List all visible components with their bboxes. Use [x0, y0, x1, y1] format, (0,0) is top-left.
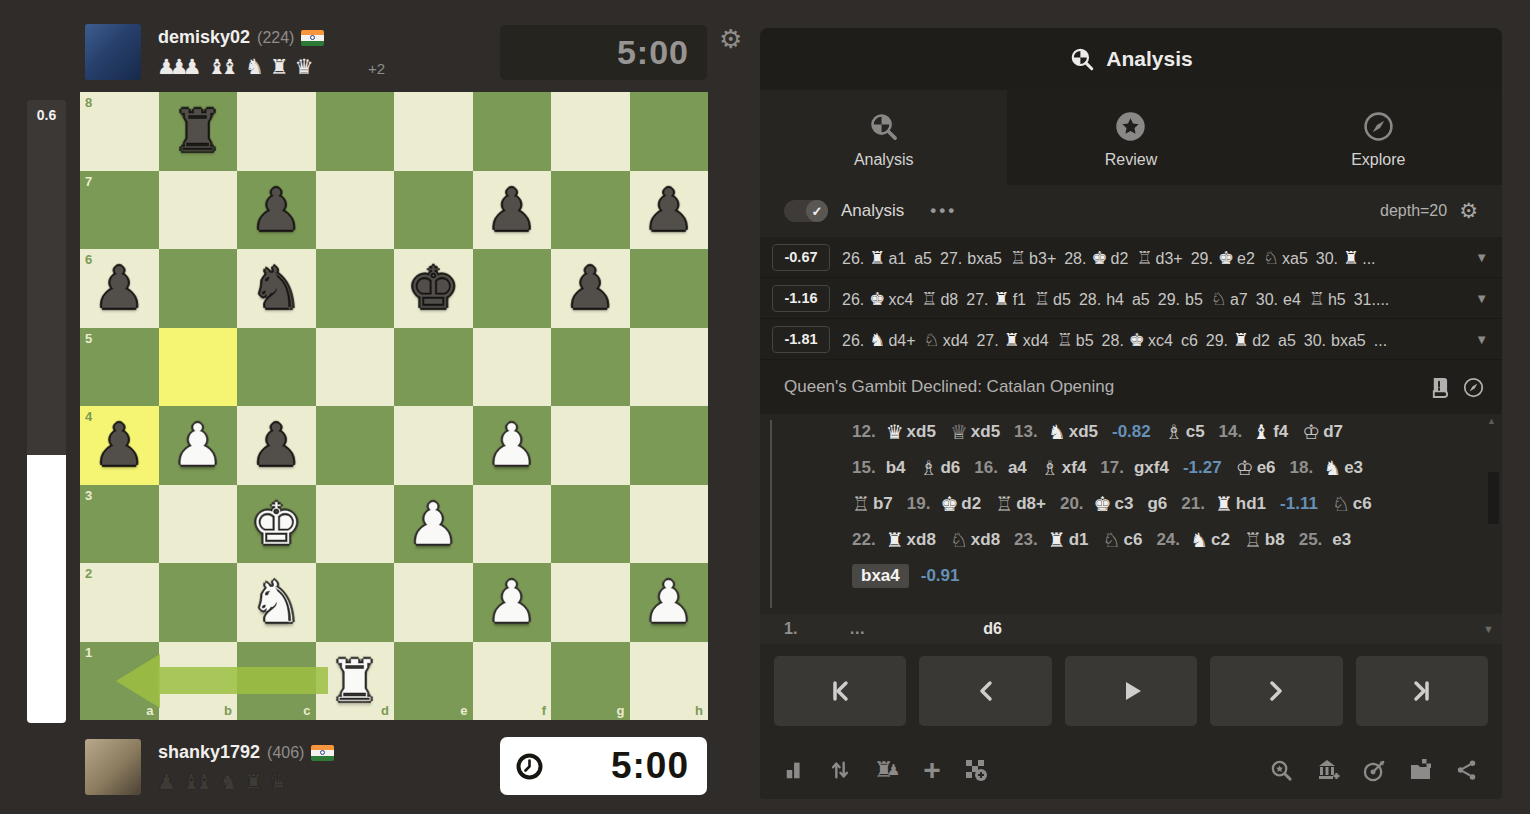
- move[interactable]: e3: [1332, 530, 1351, 550]
- engine-eval-badge: -1.81: [772, 326, 830, 353]
- scroll-down-arrow-icon[interactable]: ▼: [1483, 623, 1494, 635]
- scroll-up-arrow-icon[interactable]: ▲: [1487, 416, 1496, 426]
- piece-black-r-b8[interactable]: ♜: [159, 92, 238, 171]
- practice-target-icon[interactable]: [1363, 759, 1386, 782]
- move-row: ♖b719.♚d2♖d8+20.♚c3g621.♜hd1-1.11♘c6: [852, 486, 1502, 522]
- square-b3[interactable]: [159, 485, 238, 564]
- square-h1[interactable]: h: [630, 642, 709, 721]
- player-name[interactable]: shanky1792: [158, 742, 260, 763]
- move[interactable]: d4+: [888, 332, 915, 349]
- evaluation-chart-icon[interactable]: [784, 759, 806, 781]
- opening-book-icon[interactable]: [1430, 377, 1449, 398]
- move[interactable]: d5: [1053, 291, 1071, 308]
- move[interactable]: gxf4: [1134, 458, 1169, 478]
- library-add-icon[interactable]: [1316, 758, 1340, 782]
- square-g8[interactable]: [551, 92, 630, 171]
- analysis-arrow-head: [116, 654, 160, 708]
- player-info-bottom: shanky1792 (406): [158, 742, 334, 763]
- black-piece-glyph: ♔: [1236, 456, 1254, 480]
- opening-name[interactable]: Queen's Gambit Declined: Catalan Opening: [784, 377, 1114, 397]
- next-move-button[interactable]: [1210, 656, 1342, 726]
- piece-white-p-h2[interactable]: ♟: [630, 563, 709, 642]
- move[interactable]: f4: [1273, 422, 1288, 442]
- black-piece-glyph: ♖: [921, 288, 937, 309]
- engine-line-3[interactable]: -1.81 26.♞d4+♘xd427.♜xd4♖b528.♚xc4c629.♜…: [760, 319, 1502, 360]
- avatar[interactable]: [85, 739, 141, 795]
- piece-white-p-b4[interactable]: ♟: [159, 406, 238, 485]
- move[interactable]: xd4: [943, 332, 969, 349]
- file-label: b: [224, 703, 232, 718]
- move[interactable]: xd8: [971, 530, 1000, 550]
- clock-time: 5:00: [611, 745, 707, 787]
- evaluation-value: 0.6: [27, 107, 66, 123]
- black-piece-glyph: ♖: [1309, 288, 1325, 309]
- move[interactable]: a5: [1132, 291, 1150, 308]
- black-piece-glyph: ♘: [1103, 528, 1121, 552]
- piece-black-k-e6[interactable]: ♚: [394, 249, 473, 328]
- move-number: 29.: [1158, 291, 1180, 308]
- engine-depth: depth=20: [1380, 202, 1447, 220]
- captured-pieces-top: ♟♟♟♝♝♞♜♛: [157, 55, 320, 79]
- move[interactable]: xd5: [971, 422, 1000, 442]
- square-c3[interactable]: ♚: [237, 485, 316, 564]
- captured-p-group: ♟♟♟: [157, 55, 207, 79]
- captured-q-group: ♛: [269, 770, 294, 794]
- white-piece-glyph: ♞: [1323, 456, 1341, 480]
- white-piece-glyph: ♜: [1215, 492, 1233, 516]
- square-g3[interactable]: [551, 485, 630, 564]
- move[interactable]: d2: [1252, 332, 1270, 349]
- white-piece-glyph: ♜: [1233, 329, 1249, 350]
- piece-white-k-c3[interactable]: ♚: [237, 485, 316, 564]
- move[interactable]: b5: [1076, 332, 1094, 349]
- square-f7[interactable]: ♟: [473, 171, 552, 250]
- move[interactable]: d1: [1069, 530, 1089, 550]
- move[interactable]: c6: [1123, 530, 1142, 550]
- square-c6[interactable]: ♞: [237, 249, 316, 328]
- white-piece-glyph: ♚: [1094, 492, 1112, 516]
- move[interactable]: b5: [1185, 291, 1203, 308]
- square-d3[interactable]: [316, 485, 395, 564]
- file-label: g: [617, 703, 625, 718]
- square-d2[interactable]: [316, 563, 395, 642]
- go-to-start-button[interactable]: [774, 656, 906, 726]
- engine-line-moves: 26.♞d4+♘xd427.♜xd4♖b528.♚xc4c629.♜d2a530…: [842, 329, 1467, 350]
- square-a8[interactable]: 8: [80, 92, 159, 171]
- engine-line-2[interactable]: -1.16 26.♚xc4♖d827.♜f1♖d528.h4a529.b5♘a7…: [760, 278, 1502, 319]
- move-number: 26.: [842, 291, 864, 308]
- square-c5[interactable]: [237, 328, 316, 407]
- black-piece-glyph: ♖: [1057, 329, 1073, 350]
- square-e6[interactable]: ♚: [394, 249, 473, 328]
- move[interactable]: h5: [1328, 291, 1346, 308]
- square-a5[interactable]: 5: [80, 328, 159, 407]
- white-piece-glyph: ♛: [886, 420, 904, 444]
- square-h2[interactable]: ♟: [630, 563, 709, 642]
- move-number: 18.: [1290, 458, 1314, 478]
- go-to-end-button[interactable]: [1356, 656, 1488, 726]
- move-number: 13.: [1014, 422, 1038, 442]
- piece-black-p-g6[interactable]: ♟: [551, 249, 630, 328]
- move-number: 27.: [976, 332, 998, 349]
- square-b2[interactable]: [159, 563, 238, 642]
- square-a3[interactable]: 3: [80, 485, 159, 564]
- clock-top: 5:00: [500, 25, 707, 80]
- clock-time: 5:00: [617, 33, 707, 72]
- expand-line-chevron-icon[interactable]: ▼: [1475, 291, 1488, 306]
- black-piece-glyph: ♗: [1041, 456, 1059, 480]
- white-piece-glyph: ♚: [1129, 329, 1145, 350]
- move-number: 29.: [1206, 332, 1228, 349]
- move[interactable]: e4: [1283, 291, 1301, 308]
- chess-analysis-page: 0.6 8♜7♟♟♟6♟♞♚♟54♟♟♟♟3♚♟2♞♟♟1abcd♜efgh d…: [0, 0, 1530, 814]
- move[interactable]: b7: [873, 494, 893, 514]
- square-f5[interactable]: [473, 328, 552, 407]
- square-e8[interactable]: [394, 92, 473, 171]
- evaluation-bar-black: [27, 100, 66, 455]
- square-d4[interactable]: [316, 406, 395, 485]
- square-e4[interactable]: [394, 406, 473, 485]
- move-number: 25.: [1299, 530, 1323, 550]
- square-b7[interactable]: [159, 171, 238, 250]
- move[interactable]: xd5: [907, 422, 936, 442]
- black-piece-glyph: ♖: [1010, 247, 1026, 268]
- piece-white-p-f2[interactable]: ♟: [473, 563, 552, 642]
- star-icon: [1115, 111, 1146, 142]
- black-piece-glyph: ♗: [919, 456, 937, 480]
- square-d7[interactable]: [316, 171, 395, 250]
- move[interactable]: xd8: [907, 530, 936, 550]
- square-b6[interactable]: [159, 249, 238, 328]
- move[interactable]: xd5: [1069, 422, 1098, 442]
- white-piece-glyph: ♚: [1218, 247, 1234, 268]
- black-piece-glyph: ♘: [1211, 288, 1227, 309]
- square-e5[interactable]: [394, 328, 473, 407]
- piece-black-p-h7[interactable]: ♟: [630, 171, 709, 250]
- square-g7[interactable]: [551, 171, 630, 250]
- move-number: 29.: [1191, 250, 1213, 267]
- current-move[interactable]: bxa4: [852, 564, 909, 588]
- move-number: 23.: [1014, 530, 1038, 550]
- black-piece-glyph: ♖: [1034, 288, 1050, 309]
- white-piece-glyph: ♜: [1048, 528, 1066, 552]
- engine-line-moves: 26.♚xc4♖d827.♜f1♖d528.h4a529.b5♘a730.e4♖…: [842, 288, 1467, 309]
- square-e3[interactable]: ♟: [394, 485, 473, 564]
- captured-r-group: ♜: [244, 770, 269, 794]
- square-c8[interactable]: [237, 92, 316, 171]
- tab-label: Explore: [1351, 151, 1405, 169]
- move[interactable]: d2: [1111, 250, 1129, 267]
- engine-line-moves: 26.♜a1a527.bxa5♖b3+28.♚d2♖d3+29.♚e2♘xa53…: [842, 247, 1467, 268]
- square-e7[interactable]: [394, 171, 473, 250]
- move-list: 12.♛xd5♕xd513.♞xd5-0.82♗c514.♝f4♔d7 15.b…: [760, 414, 1502, 614]
- square-g6[interactable]: ♟: [551, 249, 630, 328]
- file-label: h: [695, 703, 703, 718]
- square-e2[interactable]: [394, 563, 473, 642]
- square-h7[interactable]: ♟: [630, 171, 709, 250]
- setup-board-icon[interactable]: [964, 758, 988, 782]
- black-piece-glyph: ♘: [1332, 492, 1350, 516]
- white-move-ellipsis: …: [849, 620, 865, 638]
- mainline-first-move-row[interactable]: 1. … d6 ▼: [760, 614, 1502, 644]
- captured-pieces-bottom: ♟♝♝♞♜♛: [157, 770, 294, 794]
- piece-white-p-e3[interactable]: ♟: [394, 485, 473, 564]
- tab-review[interactable]: Review: [1007, 90, 1254, 185]
- move-number: 20.: [1060, 494, 1084, 514]
- piece-white-n-c2[interactable]: ♞: [237, 563, 316, 642]
- edit-pieces-icon[interactable]: ♜♟: [874, 759, 900, 781]
- move[interactable]: e2: [1237, 250, 1255, 267]
- captured-n-group: ♞: [245, 55, 270, 79]
- move[interactable]: bxa5: [967, 250, 1002, 267]
- clock-icon: [516, 753, 543, 780]
- square-f8[interactable]: [473, 92, 552, 171]
- white-piece-glyph: ♚: [1091, 247, 1107, 268]
- square-d6[interactable]: [316, 249, 395, 328]
- previous-move-button[interactable]: [919, 656, 1051, 726]
- square-d8[interactable]: [316, 92, 395, 171]
- chevron-right-icon: [1261, 676, 1291, 706]
- file-label: e: [460, 703, 467, 718]
- square-f3[interactable]: [473, 485, 552, 564]
- move[interactable]: ...: [1374, 332, 1387, 349]
- square-f2[interactable]: ♟: [473, 563, 552, 642]
- captured-b-group: ♝♝: [182, 770, 220, 794]
- move[interactable]: d7: [1323, 422, 1343, 442]
- analysis-magnifier-icon: [868, 111, 899, 142]
- player-name[interactable]: demisky02: [158, 27, 250, 48]
- move[interactable]: f1: [1013, 291, 1026, 308]
- rank-label: 8: [85, 95, 92, 110]
- explorer-compass-icon[interactable]: [1463, 377, 1484, 398]
- white-piece-glyph: ♜: [993, 288, 1009, 309]
- panel-title: Analysis: [1106, 47, 1192, 71]
- opening-icons: [1430, 377, 1484, 398]
- square-f1[interactable]: f: [473, 642, 552, 721]
- engine-settings-gear-icon[interactable]: ⚙: [1459, 199, 1478, 223]
- captured-b-group: ♝♝: [207, 55, 245, 79]
- move[interactable]: c5: [1186, 422, 1205, 442]
- move[interactable]: bxa5: [1331, 332, 1366, 349]
- engine-eval-badge: -0.67: [772, 244, 830, 271]
- player-info-top: demisky02 (224): [158, 27, 324, 48]
- toggle-label: Analysis: [841, 201, 904, 221]
- black-move[interactable]: d6: [983, 620, 1002, 638]
- square-b8[interactable]: ♜: [159, 92, 238, 171]
- piece-black-p-c4[interactable]: ♟: [237, 406, 316, 485]
- square-g5[interactable]: [551, 328, 630, 407]
- tab-analysis[interactable]: Analysis: [760, 90, 1007, 185]
- move[interactable]: xc4: [888, 291, 913, 308]
- black-piece-glyph: ♖: [1244, 528, 1262, 552]
- square-a2[interactable]: 2: [80, 563, 159, 642]
- white-piece-glyph: ♜: [869, 247, 885, 268]
- file-label: c: [303, 703, 310, 718]
- move[interactable]: e6: [1257, 458, 1276, 478]
- compass-icon: [1363, 111, 1394, 142]
- square-g2[interactable]: [551, 563, 630, 642]
- square-d5[interactable]: [316, 328, 395, 407]
- white-piece-glyph: ♜: [886, 528, 904, 552]
- white-piece-glyph: ♚: [869, 288, 885, 309]
- analysis-panel: Analysis Analysis Review: [760, 28, 1502, 799]
- move-number: 26.: [842, 250, 864, 267]
- eval-value: -1.11: [1280, 494, 1318, 514]
- move[interactable]: b4: [886, 458, 906, 478]
- black-piece-glyph: ♔: [1302, 420, 1320, 444]
- move-list-scrollbar[interactable]: [1488, 472, 1499, 524]
- move[interactable]: a5: [1278, 332, 1296, 349]
- move-number: 30.: [1256, 291, 1278, 308]
- piece-white-p-f4[interactable]: ♟: [473, 406, 552, 485]
- black-piece-glyph: ♗: [1165, 420, 1183, 444]
- move[interactable]: xd4: [1023, 332, 1049, 349]
- square-h8[interactable]: [630, 92, 709, 171]
- square-h6[interactable]: [630, 249, 709, 328]
- black-piece-glyph: ♘: [924, 329, 940, 350]
- expand-line-chevron-icon[interactable]: ▼: [1475, 250, 1488, 265]
- square-b5[interactable]: [159, 328, 238, 407]
- square-h4[interactable]: [630, 406, 709, 485]
- square-e1[interactable]: e: [394, 642, 473, 721]
- move[interactable]: d8: [940, 291, 958, 308]
- move-number: 14.: [1219, 422, 1243, 442]
- square-f6[interactable]: [473, 249, 552, 328]
- piece-black-n-c6[interactable]: ♞: [237, 249, 316, 328]
- move-row: 12.♛xd5♕xd513.♞xd5-0.82♗c514.♝f4♔d7: [852, 414, 1502, 450]
- black-piece-glyph: ♕: [950, 420, 968, 444]
- square-f4[interactable]: ♟: [473, 406, 552, 485]
- more-options-dots[interactable]: •••: [930, 201, 957, 221]
- white-piece-glyph: ♞: [869, 329, 885, 350]
- black-piece-glyph: ♖: [995, 492, 1013, 516]
- white-piece-glyph: ♞: [1190, 528, 1208, 552]
- square-g1[interactable]: g: [551, 642, 630, 721]
- move[interactable]: ...: [1362, 250, 1375, 267]
- move[interactable]: d6: [940, 458, 960, 478]
- move[interactable]: hd1: [1236, 494, 1266, 514]
- move[interactable]: xa5: [1282, 250, 1308, 267]
- move-number: 31....: [1354, 291, 1390, 308]
- skip-to-end-icon: [1407, 676, 1437, 706]
- tab-label: Analysis: [854, 151, 914, 169]
- move[interactable]: a7: [1230, 291, 1248, 308]
- rank-label: 5: [85, 331, 92, 346]
- piece-black-p-c7[interactable]: ♟: [237, 171, 316, 250]
- move[interactable]: c6: [1181, 332, 1198, 349]
- piece-black-p-a4[interactable]: ♟: [80, 406, 159, 485]
- square-g4[interactable]: [551, 406, 630, 485]
- move[interactable]: xf4: [1062, 458, 1087, 478]
- square-c2[interactable]: ♞: [237, 563, 316, 642]
- move[interactable]: a1: [888, 250, 906, 267]
- move-row: 22.♜xd8♘xd823.♜d1♘c624.♞c2♖b825.e3: [852, 522, 1502, 558]
- black-piece-glyph: ♖: [1136, 247, 1152, 268]
- captured-r-group: ♜: [270, 55, 295, 79]
- move[interactable]: a4: [1008, 458, 1027, 478]
- file-label: f: [542, 703, 546, 718]
- white-piece-glyph: ♝: [1252, 420, 1270, 444]
- square-h5[interactable]: [630, 328, 709, 407]
- piece-black-p-f7[interactable]: ♟: [473, 171, 552, 250]
- avatar[interactable]: [85, 24, 141, 80]
- rank-label: 2: [85, 566, 92, 581]
- square-h3[interactable]: [630, 485, 709, 564]
- evaluation-bar: 0.6: [27, 100, 66, 723]
- move[interactable]: c6: [1353, 494, 1372, 514]
- black-piece-glyph: ♖: [852, 492, 870, 516]
- square-a4[interactable]: 4♟: [80, 406, 159, 485]
- player-rating: (406): [267, 744, 304, 762]
- india-flag-icon: [301, 30, 324, 46]
- move[interactable]: d8+: [1016, 494, 1046, 514]
- analysis-toggle[interactable]: ✓: [784, 200, 828, 222]
- move[interactable]: xc4: [1148, 332, 1173, 349]
- expand-line-chevron-icon[interactable]: ▼: [1475, 332, 1488, 347]
- play-icon: [1116, 676, 1146, 706]
- panel-tabs: Analysis Review Explore: [760, 90, 1502, 185]
- move-navigation: [760, 644, 1502, 738]
- move-number: 22.: [852, 530, 876, 550]
- move[interactable]: c3: [1115, 494, 1134, 514]
- clock-bottom: 5:00: [500, 737, 707, 795]
- white-piece-glyph: ♞: [1048, 420, 1066, 444]
- chess-board[interactable]: 8♜7♟♟♟6♟♞♚♟54♟♟♟♟3♚♟2♞♟♟1abcd♜efgh: [80, 92, 708, 720]
- move[interactable]: d3+: [1156, 250, 1183, 267]
- play-button[interactable]: [1065, 656, 1197, 726]
- saved-analysis-folder-icon[interactable]: [1409, 758, 1433, 782]
- move-number: 30.: [1316, 250, 1338, 267]
- add-icon[interactable]: +: [923, 759, 941, 781]
- move-number: 24.: [1156, 530, 1180, 550]
- move[interactable]: b3+: [1029, 250, 1056, 267]
- engine-eval-badge: -1.16: [772, 285, 830, 312]
- tab-explore[interactable]: Explore: [1255, 90, 1502, 185]
- piece-black-p-a6[interactable]: ♟: [80, 249, 159, 328]
- move[interactable]: g6: [1147, 494, 1167, 514]
- eval-value: -1.27: [1183, 458, 1222, 478]
- black-piece-glyph: ♘: [1263, 247, 1279, 268]
- black-piece-glyph: ♘: [950, 528, 968, 552]
- move[interactable]: b8: [1265, 530, 1285, 550]
- board-settings-gear-icon[interactable]: ⚙: [719, 24, 742, 54]
- move[interactable]: a5: [914, 250, 932, 267]
- square-b4[interactable]: ♟: [159, 406, 238, 485]
- square-c7[interactable]: ♟: [237, 171, 316, 250]
- white-piece-glyph: ♜: [1343, 247, 1359, 268]
- captured-q-group: ♛: [295, 55, 320, 79]
- toggle-knob-check: ✓: [806, 200, 828, 222]
- flip-board-icon[interactable]: [829, 759, 851, 781]
- eval-value: -0.91: [921, 566, 960, 586]
- move-number: 17.: [1100, 458, 1124, 478]
- move[interactable]: h4: [1106, 291, 1124, 308]
- share-icon[interactable]: [1456, 759, 1478, 781]
- captured-p-group: ♟: [157, 770, 182, 794]
- square-c4[interactable]: ♟: [237, 406, 316, 485]
- move[interactable]: d2: [961, 494, 981, 514]
- move[interactable]: e3: [1344, 458, 1363, 478]
- game-review-icon[interactable]: [1270, 759, 1293, 782]
- square-a7[interactable]: 7: [80, 171, 159, 250]
- engine-line-1[interactable]: -0.67 26.♜a1a527.bxa5♖b3+28.♚d2♖d3+29.♚e…: [760, 237, 1502, 278]
- move[interactable]: c2: [1211, 530, 1230, 550]
- rank-label: 7: [85, 174, 92, 189]
- square-a6[interactable]: 6♟: [80, 249, 159, 328]
- rank-label: 3: [85, 488, 92, 503]
- move-number: 28.: [1079, 291, 1101, 308]
- skip-to-start-icon: [825, 676, 855, 706]
